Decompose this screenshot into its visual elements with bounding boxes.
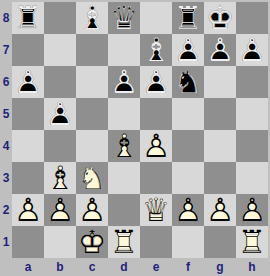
square-d7[interactable] xyxy=(108,34,140,66)
file-label-h: h xyxy=(236,258,268,276)
square-f6[interactable]: ♞♘ xyxy=(172,66,204,98)
square-c1[interactable]: ♚♔ xyxy=(76,226,108,258)
square-c8[interactable]: ♝♗ xyxy=(76,2,108,34)
square-g3[interactable] xyxy=(204,162,236,194)
square-e4[interactable]: ♟♙ xyxy=(140,130,172,162)
square-h7[interactable]: ♟♙ xyxy=(236,34,268,66)
piece-fill-layer: ♝ xyxy=(76,2,108,34)
square-b7[interactable] xyxy=(44,34,76,66)
file-label-c: c xyxy=(76,258,108,276)
piece-outline-layer: ♕ xyxy=(140,194,172,226)
square-f2[interactable]: ♟♙ xyxy=(172,194,204,226)
square-c3[interactable]: ♞♘ xyxy=(76,162,108,194)
chess-diagram: 87654321 ♜♖♝♗♛♕♜♖♚♔♝♗♟♙♟♙♟♙♟♙♟♙♟♙♞♘♟♙♝♗♟… xyxy=(0,0,270,276)
square-b5[interactable]: ♟♙ xyxy=(44,98,76,130)
piece-fill-layer: ♟ xyxy=(236,194,268,226)
piece-outline-layer: ♘ xyxy=(172,66,204,98)
piece-outline-layer: ♖ xyxy=(108,226,140,258)
black-rook[interactable]: ♜♖ xyxy=(12,2,44,34)
piece-fill-layer: ♟ xyxy=(204,194,236,226)
white-pawn[interactable]: ♟♙ xyxy=(140,130,172,162)
black-king[interactable]: ♚♔ xyxy=(204,2,236,34)
black-knight[interactable]: ♞♘ xyxy=(172,66,204,98)
piece-outline-layer: ♖ xyxy=(236,226,268,258)
square-c7[interactable] xyxy=(76,34,108,66)
square-d8[interactable]: ♛♕ xyxy=(108,2,140,34)
square-h4[interactable] xyxy=(236,130,268,162)
piece-outline-layer: ♔ xyxy=(76,226,108,258)
square-g2[interactable]: ♟♙ xyxy=(204,194,236,226)
white-king[interactable]: ♚♔ xyxy=(76,226,108,258)
piece-fill-layer: ♟ xyxy=(44,194,76,226)
square-g4[interactable] xyxy=(204,130,236,162)
piece-fill-layer: ♝ xyxy=(44,162,76,194)
square-d4[interactable]: ♝♗ xyxy=(108,130,140,162)
white-pawn[interactable]: ♟♙ xyxy=(236,194,268,226)
square-b6[interactable] xyxy=(44,66,76,98)
piece-outline-layer: ♕ xyxy=(108,2,140,34)
piece-outline-layer: ♗ xyxy=(140,34,172,66)
square-a6[interactable]: ♟♙ xyxy=(12,66,44,98)
piece-fill-layer: ♞ xyxy=(172,66,204,98)
square-f1[interactable] xyxy=(172,226,204,258)
rank-label-8: 8 xyxy=(0,2,12,34)
square-c5[interactable] xyxy=(76,98,108,130)
piece-outline-layer: ♙ xyxy=(108,66,140,98)
white-pawn[interactable]: ♟♙ xyxy=(204,194,236,226)
piece-outline-layer: ♙ xyxy=(44,194,76,226)
square-a1[interactable] xyxy=(12,226,44,258)
black-rook[interactable]: ♜♖ xyxy=(172,2,204,34)
white-pawn[interactable]: ♟♙ xyxy=(44,194,76,226)
file-label-b: b xyxy=(44,258,76,276)
piece-outline-layer: ♖ xyxy=(172,2,204,34)
piece-outline-layer: ♗ xyxy=(76,2,108,34)
piece-fill-layer: ♝ xyxy=(140,34,172,66)
file-label-e: e xyxy=(140,258,172,276)
piece-fill-layer: ♜ xyxy=(108,226,140,258)
piece-outline-layer: ♙ xyxy=(12,66,44,98)
piece-fill-layer: ♛ xyxy=(140,194,172,226)
piece-outline-layer: ♙ xyxy=(172,194,204,226)
piece-fill-layer: ♟ xyxy=(76,194,108,226)
square-a8[interactable]: ♜♖ xyxy=(12,2,44,34)
piece-fill-layer: ♟ xyxy=(204,34,236,66)
rank-label-6: 6 xyxy=(0,66,12,98)
square-b4[interactable] xyxy=(44,130,76,162)
file-labels: abcdefgh xyxy=(12,258,268,276)
piece-fill-layer: ♟ xyxy=(236,34,268,66)
square-a5[interactable] xyxy=(12,98,44,130)
square-c2[interactable]: ♟♙ xyxy=(76,194,108,226)
piece-fill-layer: ♟ xyxy=(44,98,76,130)
piece-outline-layer: ♙ xyxy=(140,66,172,98)
piece-outline-layer: ♙ xyxy=(12,194,44,226)
piece-outline-layer: ♙ xyxy=(44,98,76,130)
square-e2[interactable]: ♛♕ xyxy=(140,194,172,226)
white-queen[interactable]: ♛♕ xyxy=(140,194,172,226)
rank-label-7: 7 xyxy=(0,34,12,66)
piece-outline-layer: ♙ xyxy=(140,130,172,162)
square-f4[interactable] xyxy=(172,130,204,162)
white-rook[interactable]: ♜♖ xyxy=(108,226,140,258)
square-g5[interactable] xyxy=(204,98,236,130)
black-queen[interactable]: ♛♕ xyxy=(108,2,140,34)
black-pawn[interactable]: ♟♙ xyxy=(140,66,172,98)
piece-outline-layer: ♖ xyxy=(12,2,44,34)
piece-fill-layer: ♟ xyxy=(12,194,44,226)
square-h5[interactable] xyxy=(236,98,268,130)
piece-outline-layer: ♔ xyxy=(204,2,236,34)
black-pawn[interactable]: ♟♙ xyxy=(108,66,140,98)
white-pawn[interactable]: ♟♙ xyxy=(172,194,204,226)
white-bishop[interactable]: ♝♗ xyxy=(108,130,140,162)
rank-label-2: 2 xyxy=(0,194,12,226)
square-a2[interactable]: ♟♙ xyxy=(12,194,44,226)
piece-fill-layer: ♞ xyxy=(76,162,108,194)
black-pawn[interactable]: ♟♙ xyxy=(44,98,76,130)
black-bishop[interactable]: ♝♗ xyxy=(76,2,108,34)
chess-board: ♜♖♝♗♛♕♜♖♚♔♝♗♟♙♟♙♟♙♟♙♟♙♟♙♞♘♟♙♝♗♟♙♝♗♞♘♟♙♟♙… xyxy=(12,2,268,258)
black-pawn[interactable]: ♟♙ xyxy=(12,66,44,98)
piece-outline-layer: ♙ xyxy=(172,34,204,66)
square-f3[interactable] xyxy=(172,162,204,194)
rank-label-5: 5 xyxy=(0,98,12,130)
square-d1[interactable]: ♜♖ xyxy=(108,226,140,258)
piece-outline-layer: ♙ xyxy=(204,34,236,66)
piece-fill-layer: ♜ xyxy=(12,2,44,34)
white-bishop[interactable]: ♝♗ xyxy=(44,162,76,194)
square-f7[interactable]: ♟♙ xyxy=(172,34,204,66)
piece-fill-layer: ♟ xyxy=(108,66,140,98)
square-f8[interactable]: ♜♖ xyxy=(172,2,204,34)
piece-fill-layer: ♟ xyxy=(172,34,204,66)
square-d6[interactable]: ♟♙ xyxy=(108,66,140,98)
square-e6[interactable]: ♟♙ xyxy=(140,66,172,98)
piece-outline-layer: ♙ xyxy=(204,194,236,226)
square-e7[interactable]: ♝♗ xyxy=(140,34,172,66)
square-d2[interactable] xyxy=(108,194,140,226)
rank-label-4: 4 xyxy=(0,130,12,162)
piece-fill-layer: ♟ xyxy=(12,66,44,98)
piece-fill-layer: ♚ xyxy=(204,2,236,34)
square-c4[interactable] xyxy=(76,130,108,162)
square-d5[interactable] xyxy=(108,98,140,130)
white-rook[interactable]: ♜♖ xyxy=(236,226,268,258)
piece-outline-layer: ♙ xyxy=(236,34,268,66)
square-b8[interactable] xyxy=(44,2,76,34)
square-h6[interactable] xyxy=(236,66,268,98)
piece-fill-layer: ♝ xyxy=(108,130,140,162)
piece-fill-layer: ♛ xyxy=(108,2,140,34)
square-h3[interactable] xyxy=(236,162,268,194)
piece-fill-layer: ♚ xyxy=(76,226,108,258)
rank-labels: 87654321 xyxy=(0,2,12,258)
piece-fill-layer: ♜ xyxy=(236,226,268,258)
piece-fill-layer: ♟ xyxy=(172,194,204,226)
square-b1[interactable] xyxy=(44,226,76,258)
square-h2[interactable]: ♟♙ xyxy=(236,194,268,226)
piece-outline-layer: ♙ xyxy=(236,194,268,226)
white-knight[interactable]: ♞♘ xyxy=(76,162,108,194)
square-c6[interactable] xyxy=(76,66,108,98)
white-pawn[interactable]: ♟♙ xyxy=(76,194,108,226)
piece-outline-layer: ♙ xyxy=(76,194,108,226)
square-g8[interactable]: ♚♔ xyxy=(204,2,236,34)
square-b2[interactable]: ♟♙ xyxy=(44,194,76,226)
black-pawn[interactable]: ♟♙ xyxy=(172,34,204,66)
square-a3[interactable] xyxy=(12,162,44,194)
file-label-d: d xyxy=(108,258,140,276)
square-a4[interactable] xyxy=(12,130,44,162)
file-label-a: a xyxy=(12,258,44,276)
square-a7[interactable] xyxy=(12,34,44,66)
piece-outline-layer: ♗ xyxy=(44,162,76,194)
square-h8[interactable] xyxy=(236,2,268,34)
square-g7[interactable]: ♟♙ xyxy=(204,34,236,66)
white-pawn[interactable]: ♟♙ xyxy=(12,194,44,226)
piece-fill-layer: ♜ xyxy=(172,2,204,34)
square-e8[interactable] xyxy=(140,2,172,34)
square-d3[interactable] xyxy=(108,162,140,194)
file-label-g: g xyxy=(204,258,236,276)
black-bishop[interactable]: ♝♗ xyxy=(140,34,172,66)
piece-fill-layer: ♟ xyxy=(140,130,172,162)
square-g6[interactable] xyxy=(204,66,236,98)
square-e1[interactable] xyxy=(140,226,172,258)
square-b3[interactable]: ♝♗ xyxy=(44,162,76,194)
piece-outline-layer: ♗ xyxy=(108,130,140,162)
square-g1[interactable] xyxy=(204,226,236,258)
rank-label-3: 3 xyxy=(0,162,12,194)
piece-fill-layer: ♟ xyxy=(140,66,172,98)
black-pawn[interactable]: ♟♙ xyxy=(204,34,236,66)
square-e5[interactable] xyxy=(140,98,172,130)
square-e3[interactable] xyxy=(140,162,172,194)
square-h1[interactable]: ♜♖ xyxy=(236,226,268,258)
file-label-f: f xyxy=(172,258,204,276)
black-pawn[interactable]: ♟♙ xyxy=(236,34,268,66)
piece-outline-layer: ♘ xyxy=(76,162,108,194)
rank-label-1: 1 xyxy=(0,226,12,258)
square-f5[interactable] xyxy=(172,98,204,130)
